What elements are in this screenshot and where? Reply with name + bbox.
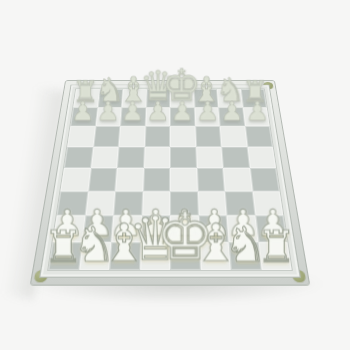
square-g7[interactable]: ♟ [218, 107, 244, 126]
board-frame: ♜♞♝♛♚♝♞♜♟♟♟♟♟♟♟♟♟♟♟♟♟♟♟♟♜♞♝♛♚♝♞♜ [30, 80, 311, 286]
square-c5[interactable] [117, 146, 144, 168]
square-g4[interactable] [223, 168, 252, 191]
square-b6[interactable] [93, 126, 120, 146]
black-pawn-h7[interactable]: ♟ [245, 99, 269, 125]
square-c6[interactable] [119, 126, 145, 146]
board-grid: ♜♞♝♛♚♝♞♜♟♟♟♟♟♟♟♟♟♟♟♟♟♟♟♟♜♞♝♛♚♝♞♜ [47, 89, 293, 272]
square-a6[interactable] [67, 126, 95, 146]
black-pawn-g7[interactable]: ♟ [220, 99, 244, 125]
square-b5[interactable] [91, 146, 119, 168]
square-f4[interactable] [197, 168, 225, 191]
square-h1[interactable]: ♜ [258, 242, 292, 270]
square-f7[interactable]: ♟ [194, 107, 220, 126]
square-a4[interactable] [60, 168, 90, 191]
white-rook-h1[interactable]: ♜ [257, 225, 296, 269]
square-d6[interactable] [144, 126, 170, 146]
square-d7[interactable]: ♟ [145, 107, 170, 126]
square-g5[interactable] [221, 146, 249, 168]
square-h6[interactable] [245, 126, 273, 146]
square-b4[interactable] [88, 168, 117, 191]
square-e5[interactable] [170, 146, 197, 168]
square-e6[interactable] [170, 126, 196, 146]
chess-board: ♜♞♝♛♚♝♞♜♟♟♟♟♟♟♟♟♟♟♟♟♟♟♟♟♜♞♝♛♚♝♞♜ [30, 80, 311, 286]
square-e4[interactable] [170, 168, 197, 191]
square-c7[interactable]: ♟ [120, 107, 146, 126]
black-pawn-b7[interactable]: ♟ [96, 99, 120, 125]
square-h4[interactable] [250, 168, 280, 191]
square-a7[interactable]: ♟ [70, 107, 97, 126]
square-h5[interactable] [247, 146, 276, 168]
black-pawn-c7[interactable]: ♟ [121, 99, 145, 125]
black-pawn-f7[interactable]: ♟ [196, 99, 220, 125]
product-photo: ♜♞♝♛♚♝♞♜♟♟♟♟♟♟♟♟♟♟♟♟♟♟♟♟♜♞♝♛♚♝♞♜ [0, 0, 350, 350]
square-g6[interactable] [220, 126, 247, 146]
black-pawn-d7[interactable]: ♟ [146, 99, 170, 125]
square-d5[interactable] [144, 146, 171, 168]
square-h7[interactable]: ♟ [243, 107, 270, 126]
square-b7[interactable]: ♟ [95, 107, 121, 126]
square-f6[interactable] [195, 126, 221, 146]
square-a5[interactable] [64, 146, 93, 168]
square-e7[interactable]: ♟ [170, 107, 195, 126]
square-c4[interactable] [115, 168, 143, 191]
square-d4[interactable] [143, 168, 170, 191]
board-frame-inner: ♜♞♝♛♚♝♞♜♟♟♟♟♟♟♟♟♟♟♟♟♟♟♟♟♜♞♝♛♚♝♞♜ [39, 85, 301, 278]
square-f5[interactable] [196, 146, 223, 168]
black-pawn-e7[interactable]: ♟ [171, 99, 195, 125]
black-pawn-a7[interactable]: ♟ [71, 99, 95, 125]
